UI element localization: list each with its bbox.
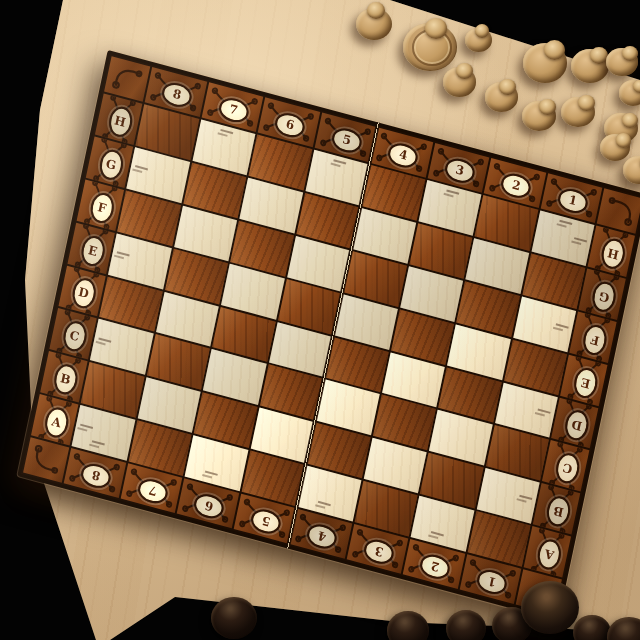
piece-head [544,40,565,60]
wood-burn-mark [80,423,93,428]
piece-head [616,133,631,147]
wood-burn-mark [92,440,105,445]
coordinate-cell-left-H: H [95,93,142,144]
dark-wood-piece[interactable] [446,610,486,640]
wood-burn-mark [519,495,532,500]
piece-head [539,99,556,115]
light-wood-pawn[interactable] [606,48,638,77]
wood-burn-mark [318,501,331,506]
coordinate-cell-right-H: H [588,225,635,276]
coordinate-cell-left-A: A [31,394,78,445]
light-wood-pawn[interactable] [485,82,518,112]
coordinate-cell-right-B: B [533,483,580,534]
coordinate-cell-right-E: E [560,354,607,405]
light-wood-pawn[interactable] [443,67,476,97]
piece-head [425,18,447,39]
wood-burn-mark [446,189,459,194]
coordinate-cell-left-C: C [49,308,96,359]
coordinate-cell-left-E: E [68,222,115,273]
light-wood-queen[interactable] [403,23,457,72]
wood-burn-mark [135,166,148,171]
coordinate-cell-left-B: B [40,351,87,402]
wood-burn-mark [556,323,569,328]
light-wood-pawn[interactable] [619,80,640,105]
piece-head [456,63,473,79]
piece-base [623,156,640,185]
coordinate-cell-left-F: F [77,179,124,230]
photo-scene: 87654321HHGGFFEEDDCCBBAA87654321 [0,0,640,640]
coordinate-cell-right-D: D [551,397,598,448]
coordinate-cell-right-C: C [542,440,589,491]
wood-burn-mark [220,129,233,134]
coordinate-cell-right-A: A [524,526,571,577]
piece-head [622,46,638,61]
light-wood-pawn[interactable] [522,101,556,132]
wood-burn-mark [538,409,551,414]
wood-burn-mark [98,337,111,342]
piece-head [633,80,640,93]
light-wood-pawn[interactable] [623,156,640,185]
wood-burn-mark [574,237,587,242]
light-wood-pawn[interactable] [523,43,567,83]
dark-wood-piece[interactable] [211,597,257,639]
wood-burn-mark [117,251,130,256]
corner-scroll-icon [23,437,69,483]
wood-burn-mark [431,531,444,536]
wood-burn-mark [333,159,346,164]
light-wood-pawn[interactable] [356,8,392,40]
coordinate-cell-left-D: D [58,265,105,316]
light-wood-pawn[interactable] [465,28,492,52]
coordinate-cell-right-G: G [578,268,625,319]
dark-wood-piece[interactable] [521,581,579,634]
coordinate-cell-right-F: F [569,311,616,362]
wood-burn-mark [205,471,218,476]
coordinate-cell-left-G: G [86,136,133,187]
piece-head [475,24,489,37]
wood-burn-mark [559,220,572,225]
light-wood-pawn[interactable] [571,49,609,83]
light-wood-pawn[interactable] [561,97,595,128]
